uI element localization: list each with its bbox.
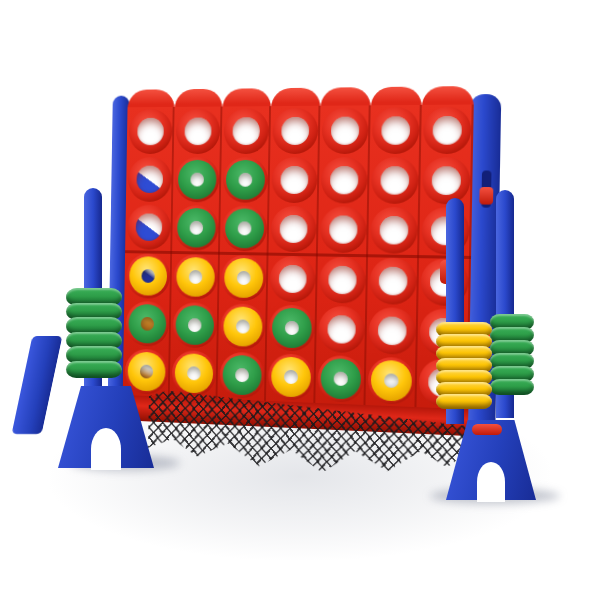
cell-r1c7 <box>423 106 472 153</box>
disc-center-hole <box>237 270 251 284</box>
disc-center-hole <box>190 172 204 186</box>
empty-hole <box>378 316 407 345</box>
disc-center-hole <box>190 221 204 235</box>
empty-hole <box>279 264 307 293</box>
cell-r5c6 <box>368 307 416 355</box>
cell-r6c4 <box>268 353 314 401</box>
disc-center-hole <box>285 321 299 335</box>
disc-center-hole <box>141 317 154 331</box>
cell-r3c6 <box>370 207 418 254</box>
cell-r5c5 <box>318 305 365 353</box>
right-yellow-ring-stack <box>436 322 492 409</box>
left-foot-arch <box>91 428 121 470</box>
cell-r4c5 <box>319 256 366 303</box>
cell-r1c6 <box>372 106 420 153</box>
storage-ring-green <box>66 361 122 379</box>
empty-hole <box>328 265 357 294</box>
storage-ring-green <box>490 379 534 395</box>
right-foot-arch <box>477 462 505 502</box>
left-green-ring-stack <box>66 288 122 378</box>
cell-r1c4 <box>272 107 318 153</box>
cell-r1c2 <box>176 108 221 153</box>
disc-center-hole <box>284 370 298 385</box>
empty-hole <box>432 166 462 195</box>
empty-hole <box>379 266 408 295</box>
disc-center-hole <box>235 368 249 382</box>
board-cells <box>21 0 600 7</box>
empty-hole <box>280 166 308 194</box>
storage-ring-yellow <box>436 394 492 409</box>
right-green-ring-stack <box>490 314 534 395</box>
red-handle <box>472 424 502 435</box>
empty-hole <box>381 116 410 145</box>
disc-center-hole <box>140 365 153 379</box>
cell-r4c2 <box>173 253 218 299</box>
cell-r2c7 <box>422 157 471 204</box>
empty-hole <box>432 115 462 144</box>
cell-r5c1 <box>125 301 169 347</box>
release-slider <box>479 187 493 205</box>
disc-center-hole <box>238 173 252 187</box>
cell-r4c3 <box>221 254 266 301</box>
disc-yellow <box>129 256 167 296</box>
cell-r3c3 <box>222 206 267 252</box>
cell-r5c4 <box>269 304 315 351</box>
cell-r2c5 <box>321 157 368 204</box>
disc-center-hole <box>384 373 399 388</box>
cell-r4c6 <box>369 257 417 305</box>
empty-hole <box>281 116 309 144</box>
disc-center-hole <box>141 269 154 283</box>
cell-r2c4 <box>271 157 317 203</box>
empty-hole <box>330 166 359 194</box>
disc-yellow <box>224 257 264 297</box>
cell-r2c1 <box>128 157 172 202</box>
cell-r1c1 <box>129 108 173 153</box>
disc-center-hole <box>238 222 252 236</box>
cell-r4c1 <box>126 253 170 299</box>
product-photo-scene <box>0 0 600 600</box>
cell-r3c1 <box>127 205 171 250</box>
empty-hole <box>327 315 356 344</box>
disc-center-hole <box>188 318 202 332</box>
disc-center-hole <box>187 366 201 380</box>
empty-hole <box>331 116 360 144</box>
empty-hole <box>380 166 409 195</box>
cell-r6c5 <box>317 355 364 403</box>
cell-r3c4 <box>271 206 317 253</box>
empty-hole <box>184 117 211 145</box>
cell-r3c5 <box>320 206 367 253</box>
cell-r2c3 <box>223 157 268 203</box>
disc-center-hole <box>189 269 203 283</box>
disc-center-hole <box>236 319 250 333</box>
cell-r2c2 <box>175 157 220 202</box>
disc-center-hole <box>334 372 348 387</box>
cell-r5c2 <box>172 302 217 349</box>
cell-r2c6 <box>371 157 419 204</box>
cell-r1c5 <box>322 107 369 154</box>
empty-hole <box>136 166 163 193</box>
cell-r1c3 <box>224 108 270 154</box>
empty-hole <box>232 117 260 145</box>
cell-r6c6 <box>368 357 416 405</box>
empty-hole <box>137 117 164 144</box>
cell-r6c3 <box>219 352 264 399</box>
cell-r6c2 <box>172 350 217 397</box>
disc-yellow <box>176 256 215 296</box>
cell-r3c2 <box>174 205 219 251</box>
cell-r4c4 <box>270 255 316 302</box>
cell-r5c3 <box>220 303 265 350</box>
